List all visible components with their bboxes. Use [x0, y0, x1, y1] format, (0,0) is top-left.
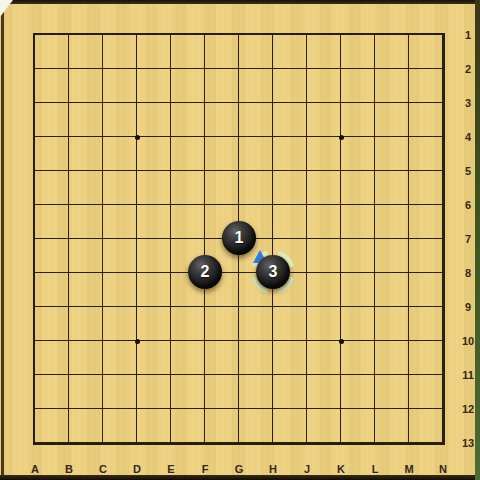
- stone-number: 3: [269, 264, 278, 280]
- star-point: [135, 135, 140, 140]
- column-label-l: L: [365, 462, 385, 476]
- column-label-n: N: [433, 462, 453, 476]
- star-point: [339, 339, 344, 344]
- star-point: [339, 135, 344, 140]
- column-label-j: J: [297, 462, 317, 476]
- column-label-k: K: [331, 462, 351, 476]
- column-label-g: G: [229, 462, 249, 476]
- stone-black-move-1: 1: [222, 221, 256, 255]
- stone-number: 1: [235, 230, 244, 246]
- stone-number: 2: [201, 264, 210, 280]
- stone-black-move-3: 3: [256, 255, 290, 289]
- board-edge-top: [0, 0, 480, 4]
- column-label-e: E: [161, 462, 181, 476]
- column-label-f: F: [195, 462, 215, 476]
- go-app-screenshot: ABCDEFGHJKLMN12345678910111213123: [0, 0, 480, 480]
- column-label-c: C: [93, 462, 113, 476]
- board-edge-right: [475, 0, 480, 480]
- column-label-a: A: [25, 462, 45, 476]
- column-label-d: D: [127, 462, 147, 476]
- column-label-m: M: [399, 462, 419, 476]
- column-label-h: H: [263, 462, 283, 476]
- stone-black-move-2: 2: [188, 255, 222, 289]
- column-label-b: B: [59, 462, 79, 476]
- board-edge-left: [1, 0, 4, 480]
- board-edge-bottom: [0, 475, 480, 480]
- star-point: [135, 339, 140, 344]
